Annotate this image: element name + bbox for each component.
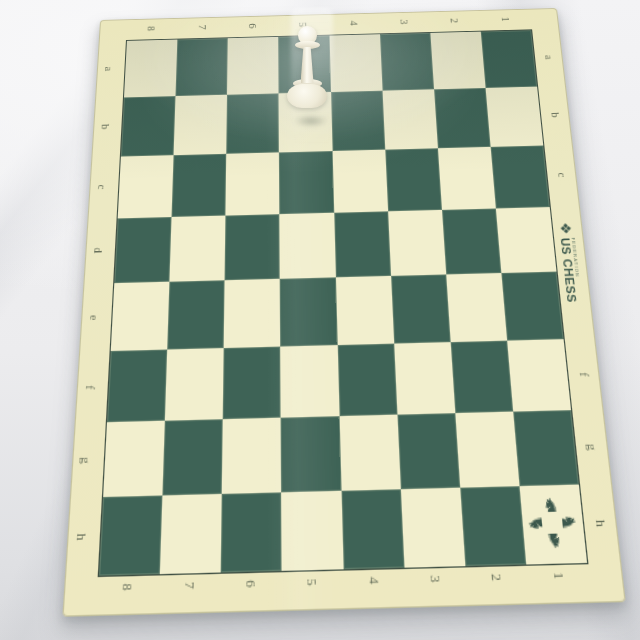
coordinate-label: g <box>585 440 601 455</box>
square-e5[interactable] <box>280 277 337 346</box>
square-h6[interactable] <box>221 492 282 572</box>
coordinate-label: 1 <box>551 567 567 583</box>
square-g6[interactable] <box>222 418 281 494</box>
square-c6[interactable] <box>226 152 280 215</box>
coordinate-label: 4 <box>348 18 360 29</box>
square-a8[interactable] <box>124 40 177 98</box>
square-e2[interactable] <box>446 273 507 342</box>
square-c8[interactable] <box>118 155 174 218</box>
coordinate-label: e <box>88 310 102 324</box>
coordinate-label: d <box>92 244 106 257</box>
us-chess-corner-logo: ♞ ♞ ♞ ♞ <box>525 496 583 554</box>
square-h8[interactable] <box>99 495 163 575</box>
square-d5[interactable] <box>280 213 336 279</box>
square-b1[interactable] <box>485 87 543 147</box>
coordinate-label: 3 <box>428 571 444 587</box>
square-h5[interactable] <box>282 491 344 571</box>
square-h2[interactable] <box>460 486 526 566</box>
white-pawn-b5[interactable] <box>284 26 330 128</box>
square-f3[interactable] <box>394 342 455 415</box>
square-d3[interactable] <box>388 210 446 276</box>
square-g1[interactable] <box>513 410 579 486</box>
square-d7[interactable] <box>170 216 226 282</box>
square-e7[interactable] <box>167 280 224 349</box>
square-a7[interactable] <box>176 38 228 96</box>
coordinate-label: c <box>96 181 109 193</box>
coordinate-label: 5 <box>305 574 320 590</box>
coordinate-label: 7 <box>182 577 197 593</box>
knight-icon: ♞ <box>542 495 560 514</box>
square-c3[interactable] <box>385 148 442 211</box>
square-h3[interactable] <box>400 488 465 568</box>
square-f1[interactable] <box>507 339 571 411</box>
square-e4[interactable] <box>335 276 393 345</box>
knight-diamond-icon: ❖ <box>558 222 573 235</box>
coordinate-label: a <box>103 63 116 74</box>
coordinate-label: 4 <box>367 572 382 588</box>
square-a3[interactable] <box>380 33 434 91</box>
knight-icon: ♞ <box>526 514 546 532</box>
square-h7[interactable] <box>160 494 222 574</box>
square-c1[interactable] <box>490 145 549 208</box>
coordinate-label: 6 <box>244 576 259 592</box>
square-f2[interactable] <box>450 341 513 413</box>
coordinate-label: c <box>555 169 569 181</box>
square-a4[interactable] <box>329 34 382 92</box>
coordinate-label: 2 <box>449 15 462 26</box>
square-a1[interactable] <box>481 30 537 88</box>
coordinate-label: 1 <box>499 14 512 25</box>
coordinate-label: b <box>549 109 563 121</box>
coordinate-label: 8 <box>146 23 159 34</box>
square-g5[interactable] <box>281 416 341 492</box>
square-f8[interactable] <box>107 350 167 423</box>
square-c7[interactable] <box>172 154 227 217</box>
knight-icon: ♞ <box>559 513 579 531</box>
coordinate-label: a <box>543 51 556 62</box>
square-d1[interactable] <box>496 207 557 273</box>
board-grid <box>98 29 589 577</box>
coordinate-label: f <box>577 367 592 381</box>
square-c2[interactable] <box>438 147 496 210</box>
square-c5[interactable] <box>279 151 333 214</box>
square-a2[interactable] <box>430 32 485 90</box>
square-f4[interactable] <box>337 344 397 417</box>
square-e1[interactable] <box>501 272 563 341</box>
square-b6[interactable] <box>226 93 279 153</box>
coordinate-label: 6 <box>247 20 259 31</box>
coordinate-label: h <box>593 516 609 532</box>
square-d2[interactable] <box>442 208 502 274</box>
square-g4[interactable] <box>339 415 400 491</box>
square-g3[interactable] <box>397 413 460 489</box>
square-g7[interactable] <box>163 419 223 495</box>
square-b7[interactable] <box>174 95 228 155</box>
square-h4[interactable] <box>341 489 404 569</box>
square-f5[interactable] <box>281 345 339 418</box>
square-f7[interactable] <box>165 348 224 421</box>
coordinate-label: h <box>74 530 89 546</box>
square-b8[interactable] <box>121 96 176 156</box>
square-b2[interactable] <box>434 88 491 148</box>
coordinate-label: 8 <box>120 579 135 595</box>
square-b3[interactable] <box>382 89 438 149</box>
coordinate-label: 2 <box>489 569 505 585</box>
knight-icon: ♞ <box>545 531 563 551</box>
square-a6[interactable] <box>227 37 279 95</box>
square-e8[interactable] <box>111 282 170 351</box>
coordinate-label: 7 <box>196 22 208 33</box>
square-d8[interactable] <box>114 217 171 283</box>
square-d4[interactable] <box>334 211 391 277</box>
square-c4[interactable] <box>332 150 388 213</box>
square-e3[interactable] <box>391 274 451 343</box>
square-b4[interactable] <box>331 91 385 151</box>
coordinate-label: b <box>99 121 112 133</box>
square-g2[interactable] <box>455 412 519 488</box>
square-f6[interactable] <box>223 347 281 420</box>
pawn-stem <box>301 47 314 83</box>
square-g8[interactable] <box>103 421 165 497</box>
coordinate-label: 3 <box>398 16 411 27</box>
square-d6[interactable] <box>225 214 280 280</box>
coordinate-label: g <box>79 453 94 468</box>
board-mat: 8877665544332211aabbccdeffgghh ❖ FEDERAT… <box>62 8 626 617</box>
pawn-base <box>287 84 327 108</box>
square-e6[interactable] <box>224 279 281 348</box>
coordinate-label: f <box>83 380 98 394</box>
